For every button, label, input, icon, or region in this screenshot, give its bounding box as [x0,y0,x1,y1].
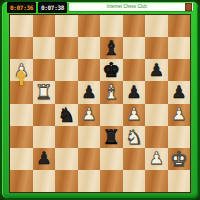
white-pawn: ♟ [81,106,96,123]
square-e1[interactable] [100,170,123,192]
square-d7[interactable] [78,37,101,59]
square-g3[interactable] [145,126,168,148]
square-a8[interactable] [10,15,33,37]
square-f2[interactable] [123,148,146,170]
square-a7[interactable] [10,37,33,59]
square-h6[interactable] [168,59,191,81]
square-b4[interactable] [33,104,56,126]
title-text: Internet Chess Club [69,3,185,11]
white-pawn: ♟ [171,106,186,123]
square-e5[interactable]: ♝ [100,81,123,103]
square-f7[interactable] [123,37,146,59]
square-d6[interactable] [78,59,101,81]
board: ♝♟♚♟♜♟♝♟♟♞♟♟♟♜♞♟♟♚ [9,14,191,193]
square-g8[interactable] [145,15,168,37]
square-b7[interactable] [33,37,56,59]
black-rook: ♜ [102,127,120,147]
black-pawn: ♟ [36,150,51,167]
square-b1[interactable] [33,170,56,192]
black-pawn: ♟ [149,62,164,79]
square-b6[interactable] [33,59,56,81]
black-knight: ♞ [57,105,75,125]
black-pawn: ♟ [126,84,141,101]
white-knight: ♞ [125,127,143,147]
white-clock: 0:07:36 [7,2,36,13]
square-f6[interactable] [123,59,146,81]
square-e2[interactable] [100,148,123,170]
square-c6[interactable] [55,59,78,81]
square-d1[interactable] [78,170,101,192]
square-h3[interactable] [168,126,191,148]
square-d2[interactable] [78,148,101,170]
square-f3[interactable]: ♞ [123,126,146,148]
square-c4[interactable]: ♞ [55,104,78,126]
square-e8[interactable] [100,15,123,37]
square-g7[interactable] [145,37,168,59]
square-a5[interactable] [10,81,33,103]
square-a1[interactable] [10,170,33,192]
white-king: ♚ [170,149,188,169]
black-clock: 0:07:38 [38,2,67,13]
square-g2[interactable]: ♟ [145,148,168,170]
square-g1[interactable] [145,170,168,192]
square-a3[interactable] [10,126,33,148]
square-c8[interactable] [55,15,78,37]
white-pawn: ♟ [14,62,29,79]
square-c1[interactable] [55,170,78,192]
black-bishop: ♝ [102,38,120,58]
square-h2[interactable]: ♚ [168,148,191,170]
square-g4[interactable] [145,104,168,126]
square-g5[interactable] [145,81,168,103]
black-pawn: ♟ [171,84,186,101]
app-window: 0:07:36 0:07:38 Internet Chess Club ♝♟♚♟… [0,0,200,200]
square-b8[interactable] [33,15,56,37]
square-a6[interactable]: ♟ [10,59,33,81]
square-e7[interactable]: ♝ [100,37,123,59]
square-g6[interactable]: ♟ [145,59,168,81]
square-c2[interactable] [55,148,78,170]
square-f4[interactable]: ♟ [123,104,146,126]
square-a2[interactable] [10,148,33,170]
top-bar: 0:07:36 0:07:38 Internet Chess Club [7,2,193,12]
square-d8[interactable] [78,15,101,37]
square-h7[interactable] [168,37,191,59]
white-bishop: ♝ [102,82,120,102]
square-e3[interactable]: ♜ [100,126,123,148]
white-pawn: ♟ [126,106,141,123]
black-pawn: ♟ [81,84,96,101]
square-e6[interactable]: ♚ [100,59,123,81]
square-h1[interactable] [168,170,191,192]
square-a4[interactable] [10,104,33,126]
square-b3[interactable] [33,126,56,148]
square-e4[interactable] [100,104,123,126]
square-c5[interactable] [55,81,78,103]
square-h8[interactable] [168,15,191,37]
square-c7[interactable] [55,37,78,59]
square-b5[interactable]: ♜ [33,81,56,103]
square-b2[interactable]: ♟ [33,148,56,170]
square-f8[interactable] [123,15,146,37]
square-d5[interactable]: ♟ [78,81,101,103]
square-h5[interactable]: ♟ [168,81,191,103]
white-pawn: ♟ [149,150,164,167]
black-king: ♚ [102,60,120,80]
square-f5[interactable]: ♟ [123,81,146,103]
square-d3[interactable] [78,126,101,148]
menu-icon[interactable] [185,3,192,11]
square-c3[interactable] [55,126,78,148]
square-h4[interactable]: ♟ [168,104,191,126]
title-bar: Internet Chess Club [69,3,193,11]
white-rook: ♜ [35,82,53,102]
square-f1[interactable] [123,170,146,192]
square-d4[interactable]: ♟ [78,104,101,126]
